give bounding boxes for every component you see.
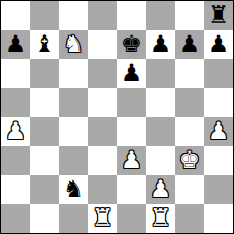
square-d1[interactable]: ♜ [88,204,117,233]
square-g7[interactable]: ♟ [175,30,204,59]
square-b8[interactable] [30,1,59,30]
square-f4[interactable] [146,117,175,146]
black-knight-icon[interactable]: ♞ [63,175,85,204]
square-b2[interactable] [30,175,59,204]
square-h1[interactable] [204,204,233,233]
square-d6[interactable] [88,59,117,88]
square-f5[interactable] [146,88,175,117]
square-h7[interactable]: ♟ [204,30,233,59]
white-king-icon[interactable]: ♚ [179,146,201,175]
square-d4[interactable] [88,117,117,146]
square-f3[interactable] [146,146,175,175]
square-g4[interactable] [175,117,204,146]
square-g1[interactable] [175,204,204,233]
square-g6[interactable] [175,59,204,88]
square-a4[interactable]: ♟ [1,117,30,146]
square-c7[interactable]: ♞ [59,30,88,59]
square-b5[interactable] [30,88,59,117]
square-e5[interactable] [117,88,146,117]
square-b3[interactable] [30,146,59,175]
square-c6[interactable] [59,59,88,88]
white-pawn-icon[interactable]: ♟ [5,117,27,146]
chess-board: ♜♟♝♞♚♟♟♟♟♟♟♟♚♞♟♜♜ [0,0,234,234]
square-d5[interactable] [88,88,117,117]
black-pawn-icon[interactable]: ♟ [121,59,143,88]
square-h8[interactable]: ♜ [204,1,233,30]
square-h2[interactable] [204,175,233,204]
square-c5[interactable] [59,88,88,117]
black-pawn-icon[interactable]: ♟ [150,30,172,59]
square-e6[interactable]: ♟ [117,59,146,88]
square-a5[interactable] [1,88,30,117]
white-rook-icon[interactable]: ♜ [92,204,114,233]
black-king-icon[interactable]: ♚ [121,30,143,59]
white-pawn-icon[interactable]: ♟ [121,146,143,175]
square-g3[interactable]: ♚ [175,146,204,175]
square-a3[interactable] [1,146,30,175]
square-f6[interactable] [146,59,175,88]
square-b4[interactable] [30,117,59,146]
square-d3[interactable] [88,146,117,175]
square-d2[interactable] [88,175,117,204]
white-rook-icon[interactable]: ♜ [150,204,172,233]
square-b7[interactable]: ♝ [30,30,59,59]
square-g5[interactable] [175,88,204,117]
square-d7[interactable] [88,30,117,59]
black-pawn-icon[interactable]: ♟ [179,30,201,59]
white-pawn-icon[interactable]: ♟ [150,175,172,204]
black-rook-icon[interactable]: ♜ [208,1,230,30]
square-b6[interactable] [30,59,59,88]
square-e7[interactable]: ♚ [117,30,146,59]
square-c3[interactable] [59,146,88,175]
square-a8[interactable] [1,1,30,30]
square-f2[interactable]: ♟ [146,175,175,204]
square-a1[interactable] [1,204,30,233]
square-h3[interactable] [204,146,233,175]
black-bishop-icon[interactable]: ♝ [34,30,56,59]
square-f7[interactable]: ♟ [146,30,175,59]
square-e4[interactable] [117,117,146,146]
square-c8[interactable] [59,1,88,30]
square-a2[interactable] [1,175,30,204]
square-f1[interactable]: ♜ [146,204,175,233]
white-pawn-icon[interactable]: ♟ [208,117,230,146]
square-h5[interactable] [204,88,233,117]
square-g8[interactable] [175,1,204,30]
square-e8[interactable] [117,1,146,30]
square-d8[interactable] [88,1,117,30]
square-a7[interactable]: ♟ [1,30,30,59]
square-c4[interactable] [59,117,88,146]
square-e1[interactable] [117,204,146,233]
square-a6[interactable] [1,59,30,88]
square-g2[interactable] [175,175,204,204]
square-b1[interactable] [30,204,59,233]
square-h4[interactable]: ♟ [204,117,233,146]
square-h6[interactable] [204,59,233,88]
square-e3[interactable]: ♟ [117,146,146,175]
black-pawn-icon[interactable]: ♟ [208,30,230,59]
square-c2[interactable]: ♞ [59,175,88,204]
white-knight-icon[interactable]: ♞ [63,30,85,59]
black-pawn-icon[interactable]: ♟ [5,30,27,59]
square-c1[interactable] [59,204,88,233]
square-f8[interactable] [146,1,175,30]
square-e2[interactable] [117,175,146,204]
